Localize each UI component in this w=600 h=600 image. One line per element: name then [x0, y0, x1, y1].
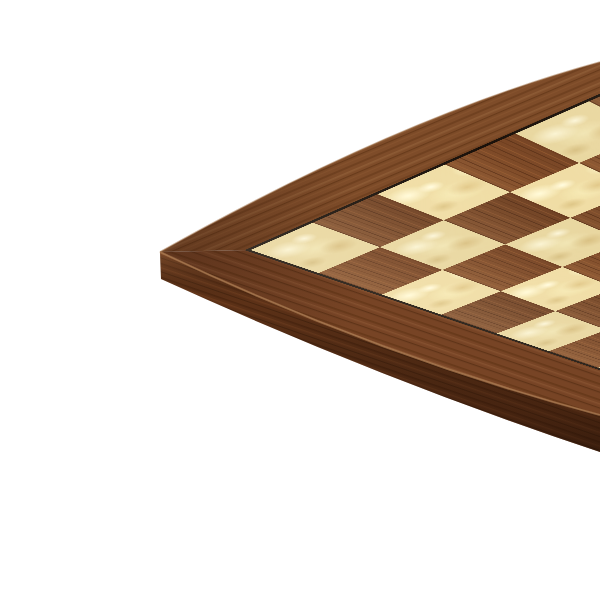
chessboard-product-photo [0, 0, 600, 600]
scene [0, 0, 600, 600]
